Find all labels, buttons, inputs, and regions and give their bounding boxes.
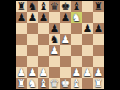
square-b3[interactable] <box>27 56 38 67</box>
chess-app-stage: ♜♞♝♛♚♝♜♟♟♟♟♞♟♟♟♞♟♟♟♟♟♟♟♟♜♞♝♛♚♝♜ <box>0 0 120 90</box>
square-d5[interactable]: ♞ <box>49 34 60 45</box>
square-a3[interactable] <box>16 56 27 67</box>
letterbox-left <box>0 0 16 90</box>
piece-black-queen[interactable]: ♛ <box>50 1 59 12</box>
piece-white-rook[interactable]: ♜ <box>94 78 103 89</box>
square-f6[interactable] <box>71 23 82 34</box>
piece-black-pawn[interactable]: ♟ <box>94 23 103 34</box>
square-c4[interactable] <box>38 45 49 56</box>
square-g2[interactable]: ♟ <box>82 67 93 78</box>
square-c3[interactable] <box>38 56 49 67</box>
square-f4[interactable] <box>71 45 82 56</box>
chess-board: ♜♞♝♛♚♝♜♟♟♟♟♞♟♟♟♞♟♟♟♟♟♟♟♟♜♞♝♛♚♝♜ <box>16 1 104 89</box>
piece-black-pawn[interactable]: ♟ <box>39 12 48 23</box>
square-b6[interactable] <box>27 23 38 34</box>
piece-black-rook[interactable]: ♜ <box>94 1 103 12</box>
piece-white-pawn[interactable]: ♟ <box>17 67 26 78</box>
square-h6[interactable]: ♟ <box>93 23 104 34</box>
square-g7[interactable] <box>82 12 93 23</box>
square-g5[interactable] <box>82 34 93 45</box>
square-e8[interactable]: ♚ <box>60 1 71 12</box>
piece-white-bishop[interactable]: ♝ <box>39 78 48 89</box>
square-a5[interactable] <box>16 34 27 45</box>
piece-black-knight[interactable]: ♞ <box>50 34 59 45</box>
piece-black-rook[interactable]: ♜ <box>17 1 26 12</box>
square-h1[interactable]: ♜ <box>93 78 104 89</box>
square-d6[interactable]: ♟ <box>49 23 60 34</box>
square-b2[interactable]: ♟ <box>27 67 38 78</box>
square-d3[interactable] <box>49 56 60 67</box>
piece-white-pawn[interactable]: ♟ <box>72 67 81 78</box>
square-a6[interactable] <box>16 23 27 34</box>
square-h8[interactable]: ♜ <box>93 1 104 12</box>
letterbox-right <box>104 0 120 90</box>
square-d2[interactable] <box>49 67 60 78</box>
square-h5[interactable] <box>93 34 104 45</box>
square-c1[interactable]: ♝ <box>38 78 49 89</box>
piece-white-king[interactable]: ♚ <box>61 78 70 89</box>
square-d1[interactable]: ♛ <box>49 78 60 89</box>
square-a2[interactable]: ♟ <box>16 67 27 78</box>
square-h7[interactable] <box>93 12 104 23</box>
square-e6[interactable] <box>60 23 71 34</box>
square-f3[interactable] <box>71 56 82 67</box>
piece-white-pawn[interactable]: ♟ <box>83 67 92 78</box>
square-e5[interactable]: ♟ <box>60 34 71 45</box>
square-b4[interactable] <box>27 45 38 56</box>
piece-black-pawn[interactable]: ♟ <box>83 23 92 34</box>
square-f8[interactable]: ♝ <box>71 1 82 12</box>
square-f2[interactable]: ♟ <box>71 67 82 78</box>
square-c8[interactable]: ♝ <box>38 1 49 12</box>
square-d8[interactable]: ♛ <box>49 1 60 12</box>
piece-white-knight[interactable]: ♞ <box>28 78 37 89</box>
piece-white-pawn[interactable]: ♟ <box>61 34 70 45</box>
square-d4[interactable]: ♟ <box>49 45 60 56</box>
square-h2[interactable]: ♟ <box>93 67 104 78</box>
square-h4[interactable] <box>93 45 104 56</box>
square-f7[interactable]: ♞ <box>71 12 82 23</box>
square-c6[interactable] <box>38 23 49 34</box>
square-b1[interactable]: ♞ <box>27 78 38 89</box>
piece-black-bishop[interactable]: ♝ <box>39 1 48 12</box>
piece-black-pawn[interactable]: ♟ <box>17 12 26 23</box>
square-g1[interactable] <box>82 78 93 89</box>
square-d7[interactable] <box>49 12 60 23</box>
square-a8[interactable]: ♜ <box>16 1 27 12</box>
piece-black-king[interactable]: ♚ <box>61 1 70 12</box>
piece-black-bishop[interactable]: ♝ <box>72 1 81 12</box>
square-f1[interactable]: ♝ <box>71 78 82 89</box>
square-e1[interactable]: ♚ <box>60 78 71 89</box>
square-e2[interactable] <box>60 67 71 78</box>
square-g6[interactable]: ♟ <box>82 23 93 34</box>
square-b5[interactable] <box>27 34 38 45</box>
square-a7[interactable]: ♟ <box>16 12 27 23</box>
square-e3[interactable] <box>60 56 71 67</box>
square-e7[interactable]: ♟ <box>60 12 71 23</box>
square-f5[interactable] <box>71 34 82 45</box>
piece-white-queen[interactable]: ♛ <box>50 78 59 89</box>
square-a1[interactable]: ♜ <box>16 78 27 89</box>
piece-white-bishop[interactable]: ♝ <box>72 78 81 89</box>
square-e4[interactable] <box>60 45 71 56</box>
piece-white-pawn[interactable]: ♟ <box>39 67 48 78</box>
piece-white-knight[interactable]: ♞ <box>72 12 81 23</box>
square-b7[interactable]: ♟ <box>27 12 38 23</box>
square-g3[interactable] <box>82 56 93 67</box>
square-c5[interactable] <box>38 34 49 45</box>
piece-white-pawn[interactable]: ♟ <box>94 67 103 78</box>
piece-white-rook[interactable]: ♜ <box>17 78 26 89</box>
square-b8[interactable]: ♞ <box>27 1 38 12</box>
square-c2[interactable]: ♟ <box>38 67 49 78</box>
square-g4[interactable] <box>82 45 93 56</box>
square-g8[interactable] <box>82 1 93 12</box>
piece-black-pawn[interactable]: ♟ <box>50 23 59 34</box>
piece-black-knight[interactable]: ♞ <box>28 1 37 12</box>
square-c7[interactable]: ♟ <box>38 12 49 23</box>
piece-white-pawn[interactable]: ♟ <box>28 67 37 78</box>
piece-black-pawn[interactable]: ♟ <box>28 12 37 23</box>
square-h3[interactable] <box>93 56 104 67</box>
piece-white-pawn[interactable]: ♟ <box>50 45 59 56</box>
piece-black-pawn[interactable]: ♟ <box>61 12 70 23</box>
square-a4[interactable] <box>16 45 27 56</box>
